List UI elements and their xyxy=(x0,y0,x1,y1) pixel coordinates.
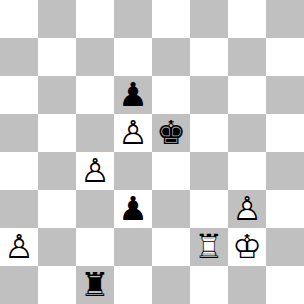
square-c8[interactable] xyxy=(76,0,114,38)
square-a2[interactable]: ♟♙ xyxy=(0,228,38,266)
square-c3[interactable] xyxy=(76,190,114,228)
square-h8[interactable] xyxy=(266,0,304,38)
square-g4[interactable] xyxy=(228,152,266,190)
square-d2[interactable] xyxy=(114,228,152,266)
square-d7[interactable] xyxy=(114,38,152,76)
square-d6[interactable]: ♟ xyxy=(114,76,152,114)
square-h7[interactable] xyxy=(266,38,304,76)
square-f2[interactable]: ♜♖ xyxy=(190,228,228,266)
square-c1[interactable]: ♜ xyxy=(76,266,114,304)
square-f4[interactable] xyxy=(190,152,228,190)
square-e6[interactable] xyxy=(152,76,190,114)
square-b6[interactable] xyxy=(38,76,76,114)
white-pawn-fill: ♟ xyxy=(114,114,152,152)
square-b4[interactable] xyxy=(38,152,76,190)
square-g1[interactable] xyxy=(228,266,266,304)
square-g5[interactable] xyxy=(228,114,266,152)
white-pawn-fill: ♟ xyxy=(228,190,266,228)
square-e8[interactable] xyxy=(152,0,190,38)
square-e7[interactable] xyxy=(152,38,190,76)
white-pawn-fill: ♟ xyxy=(0,228,38,266)
square-g3[interactable]: ♟♙ xyxy=(228,190,266,228)
square-e5[interactable]: ♚ xyxy=(152,114,190,152)
square-e2[interactable] xyxy=(152,228,190,266)
piece-white-pawn: ♙ xyxy=(0,228,38,266)
square-a3[interactable] xyxy=(0,190,38,228)
square-d4[interactable] xyxy=(114,152,152,190)
square-b8[interactable] xyxy=(38,0,76,38)
piece-black-pawn: ♟ xyxy=(114,190,152,228)
square-b1[interactable] xyxy=(38,266,76,304)
white-king-fill: ♚ xyxy=(228,228,266,266)
piece-white-pawn: ♙ xyxy=(114,114,152,152)
square-c2[interactable] xyxy=(76,228,114,266)
chess-diagram: ♟♟♙♚♟♙♟♟♙♟♙♜♖♚♔♜ xyxy=(0,0,304,304)
square-g2[interactable]: ♚♔ xyxy=(228,228,266,266)
square-a8[interactable] xyxy=(0,0,38,38)
square-g7[interactable] xyxy=(228,38,266,76)
square-a4[interactable] xyxy=(0,152,38,190)
square-h2[interactable] xyxy=(266,228,304,266)
square-c4[interactable]: ♟♙ xyxy=(76,152,114,190)
square-b3[interactable] xyxy=(38,190,76,228)
chess-board: ♟♟♙♚♟♙♟♟♙♟♙♜♖♚♔♜ xyxy=(0,0,304,304)
square-g8[interactable] xyxy=(228,0,266,38)
piece-black-pawn: ♟ xyxy=(114,76,152,114)
square-c5[interactable] xyxy=(76,114,114,152)
white-rook-fill: ♜ xyxy=(190,228,228,266)
piece-white-pawn: ♙ xyxy=(76,152,114,190)
square-e4[interactable] xyxy=(152,152,190,190)
square-a7[interactable] xyxy=(0,38,38,76)
square-a1[interactable] xyxy=(0,266,38,304)
square-g6[interactable] xyxy=(228,76,266,114)
square-h1[interactable] xyxy=(266,266,304,304)
piece-black-rook: ♜ xyxy=(76,266,114,304)
square-h4[interactable] xyxy=(266,152,304,190)
piece-black-king: ♚ xyxy=(152,114,190,152)
square-c7[interactable] xyxy=(76,38,114,76)
square-h5[interactable] xyxy=(266,114,304,152)
square-a6[interactable] xyxy=(0,76,38,114)
square-b5[interactable] xyxy=(38,114,76,152)
square-a5[interactable] xyxy=(0,114,38,152)
square-h3[interactable] xyxy=(266,190,304,228)
square-f3[interactable] xyxy=(190,190,228,228)
square-d1[interactable] xyxy=(114,266,152,304)
square-d5[interactable]: ♟♙ xyxy=(114,114,152,152)
square-f5[interactable] xyxy=(190,114,228,152)
square-c6[interactable] xyxy=(76,76,114,114)
square-f6[interactable] xyxy=(190,76,228,114)
square-d3[interactable]: ♟ xyxy=(114,190,152,228)
square-d8[interactable] xyxy=(114,0,152,38)
square-h6[interactable] xyxy=(266,76,304,114)
square-f7[interactable] xyxy=(190,38,228,76)
square-b2[interactable] xyxy=(38,228,76,266)
square-f8[interactable] xyxy=(190,0,228,38)
white-pawn-fill: ♟ xyxy=(76,152,114,190)
square-e1[interactable] xyxy=(152,266,190,304)
piece-white-rook: ♖ xyxy=(190,228,228,266)
square-e3[interactable] xyxy=(152,190,190,228)
piece-white-pawn: ♙ xyxy=(228,190,266,228)
piece-white-king: ♔ xyxy=(228,228,266,266)
square-b7[interactable] xyxy=(38,38,76,76)
square-f1[interactable] xyxy=(190,266,228,304)
